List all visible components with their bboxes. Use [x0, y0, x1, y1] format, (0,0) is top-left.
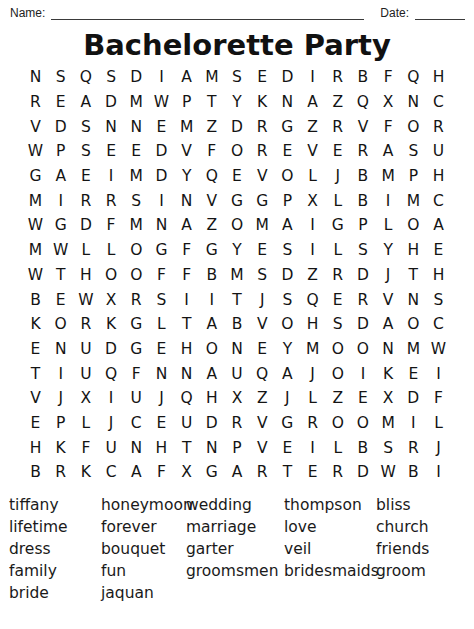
grid-cell-r15c10[interactable]: V [250, 411, 275, 436]
grid-cell-r4c11[interactable]: E [275, 139, 300, 164]
grid-cell-r14c3[interactable]: X [73, 386, 98, 411]
grid-cell-r12c11[interactable]: Y [275, 337, 300, 362]
grid-cell-r5c8[interactable]: Q [199, 164, 224, 189]
grid-cell-r13c15[interactable]: K [376, 361, 401, 386]
grid-cell-r17c2[interactable]: R [48, 460, 73, 485]
grid-cell-r11c1[interactable]: K [23, 312, 48, 337]
grid-cell-r8c2[interactable]: W [48, 238, 73, 263]
grid-cell-r15c1[interactable]: E [23, 411, 48, 436]
grid-cell-r6c10[interactable]: G [250, 188, 275, 213]
grid-cell-r2c15[interactable]: X [376, 90, 401, 115]
grid-cell-r3c10[interactable]: R [250, 114, 275, 139]
grid-cell-r15c15[interactable]: M [376, 411, 401, 436]
grid-cell-r13c3[interactable]: U [73, 361, 98, 386]
grid-cell-r12c14[interactable]: O [350, 337, 375, 362]
grid-cell-r16c5[interactable]: N [124, 435, 149, 460]
grid-cell-r4c4[interactable]: E [98, 139, 123, 164]
grid-cell-r9c3[interactable]: H [73, 263, 98, 288]
grid-cell-r13c7[interactable]: N [174, 361, 199, 386]
grid-cell-r13c17[interactable]: I [426, 361, 451, 386]
grid-cell-r5c15[interactable]: M [376, 164, 401, 189]
grid-cell-r6c14[interactable]: B [350, 188, 375, 213]
grid-cell-r16c17[interactable]: J [426, 435, 451, 460]
grid-cell-r14c6[interactable]: J [149, 386, 174, 411]
grid-cell-r7c7[interactable]: A [174, 213, 199, 238]
grid-cell-r1c7[interactable]: A [174, 65, 199, 90]
grid-cell-r8c7[interactable]: F [174, 238, 199, 263]
grid-cell-r7c14[interactable]: P [350, 213, 375, 238]
grid-cell-r4c10[interactable]: R [250, 139, 275, 164]
grid-cell-r11c12[interactable]: H [300, 312, 325, 337]
grid-cell-r15c3[interactable]: L [73, 411, 98, 436]
grid-cell-r3c2[interactable]: D [48, 114, 73, 139]
grid-cell-r8c10[interactable]: E [250, 238, 275, 263]
grid-cell-r3c13[interactable]: R [325, 114, 350, 139]
grid-cell-r3c6[interactable]: E [149, 114, 174, 139]
grid-cell-r10c15[interactable]: V [376, 287, 401, 312]
grid-cell-r2c8[interactable]: T [199, 90, 224, 115]
grid-cell-r17c16[interactable]: B [401, 460, 426, 485]
grid-cell-r1c11[interactable]: D [275, 65, 300, 90]
grid-cell-r5c5[interactable]: M [124, 164, 149, 189]
grid-cell-r14c13[interactable]: Z [325, 386, 350, 411]
grid-cell-r4c6[interactable]: D [149, 139, 174, 164]
grid-cell-r7c11[interactable]: A [275, 213, 300, 238]
grid-cell-r1c12[interactable]: I [300, 65, 325, 90]
grid-cell-r14c4[interactable]: I [98, 386, 123, 411]
grid-cell-r14c7[interactable]: Q [174, 386, 199, 411]
grid-cell-r14c2[interactable]: J [48, 386, 73, 411]
grid-cell-r11c14[interactable]: D [350, 312, 375, 337]
grid-cell-r10c10[interactable]: J [250, 287, 275, 312]
grid-cell-r16c15[interactable]: S [376, 435, 401, 460]
grid-cell-r7c1[interactable]: W [23, 213, 48, 238]
grid-cell-r2c1[interactable]: R [23, 90, 48, 115]
grid-cell-r9c9[interactable]: M [224, 263, 249, 288]
word-item-love: love [284, 516, 376, 538]
grid-cell-r4c7[interactable]: V [174, 139, 199, 164]
grid-cell-r11c17[interactable]: C [426, 312, 451, 337]
grid-cell-r5c1[interactable]: G [23, 164, 48, 189]
grid-cell-r12c16[interactable]: M [401, 337, 426, 362]
grid-cell-r10c8[interactable]: I [199, 287, 224, 312]
grid-cell-r6c13[interactable]: L [325, 188, 350, 213]
grid-cell-r6c3[interactable]: R [73, 188, 98, 213]
grid-cell-r6c16[interactable]: M [401, 188, 426, 213]
grid-cell-r16c3[interactable]: F [73, 435, 98, 460]
grid-cell-r11c4[interactable]: K [98, 312, 123, 337]
grid-cell-r15c14[interactable]: O [350, 411, 375, 436]
grid-cell-r8c6[interactable]: G [149, 238, 174, 263]
grid-cell-r12c15[interactable]: N [376, 337, 401, 362]
grid-cell-r10c11[interactable]: S [275, 287, 300, 312]
grid-cell-r9c15[interactable]: J [376, 263, 401, 288]
grid-cell-r6c17[interactable]: C [426, 188, 451, 213]
grid-cell-r7c2[interactable]: G [48, 213, 73, 238]
grid-cell-r1c9[interactable]: S [224, 65, 249, 90]
grid-cell-r12c4[interactable]: D [98, 337, 123, 362]
grid-cell-r11c2[interactable]: O [48, 312, 73, 337]
grid-cell-r2c2[interactable]: E [48, 90, 73, 115]
grid-cell-r6c15[interactable]: I [376, 188, 401, 213]
grid-cell-r3c12[interactable]: Z [300, 114, 325, 139]
grid-cell-r15c17[interactable]: L [426, 411, 451, 436]
grid-cell-r12c13[interactable]: O [325, 337, 350, 362]
grid-cell-r9c12[interactable]: Z [300, 263, 325, 288]
grid-cell-r9c10[interactable]: S [250, 263, 275, 288]
grid-cell-r15c4[interactable]: J [98, 411, 123, 436]
grid-cell-r17c17[interactable]: I [426, 460, 451, 485]
grid-cell-r2c10[interactable]: K [250, 90, 275, 115]
grid-cell-r13c9[interactable]: U [224, 361, 249, 386]
grid-cell-r5c11[interactable]: O [275, 164, 300, 189]
grid-cell-r1c15[interactable]: F [376, 65, 401, 90]
grid-cell-r11c9[interactable]: B [224, 312, 249, 337]
grid-cell-r2c16[interactable]: N [401, 90, 426, 115]
grid-cell-r3c14[interactable]: V [350, 114, 375, 139]
grid-cell-r5c12[interactable]: L [300, 164, 325, 189]
grid-cell-r14c9[interactable]: X [224, 386, 249, 411]
grid-cell-r8c1[interactable]: M [23, 238, 48, 263]
grid-cell-r8c13[interactable]: L [325, 238, 350, 263]
grid-cell-r7c15[interactable]: L [376, 213, 401, 238]
grid-cell-r1c17[interactable]: H [426, 65, 451, 90]
grid-cell-r9c16[interactable]: T [401, 263, 426, 288]
grid-cell-r11c7[interactable]: T [174, 312, 199, 337]
grid-cell-r12c12[interactable]: M [300, 337, 325, 362]
grid-cell-r4c16[interactable]: S [401, 139, 426, 164]
grid-cell-r3c17[interactable]: R [426, 114, 451, 139]
grid-cell-r9c5[interactable]: O [124, 263, 149, 288]
grid-cell-r9c17[interactable]: H [426, 263, 451, 288]
grid-cell-r13c1[interactable]: T [23, 361, 48, 386]
grid-cell-r8c15[interactable]: Y [376, 238, 401, 263]
grid-cell-r17c8[interactable]: G [199, 460, 224, 485]
grid-cell-r2c11[interactable]: N [275, 90, 300, 115]
grid-cell-r10c2[interactable]: E [48, 287, 73, 312]
grid-cell-r17c6[interactable]: F [149, 460, 174, 485]
grid-cell-r10c5[interactable]: R [124, 287, 149, 312]
grid-cell-r2c6[interactable]: W [149, 90, 174, 115]
word-column-5: blisschurchfriendsgroom [376, 494, 429, 604]
grid-cell-r14c15[interactable]: X [376, 386, 401, 411]
puzzle-title: Bachelorette Party [0, 28, 474, 62]
grid-cell-r17c14[interactable]: D [350, 460, 375, 485]
grid-cell-r7c16[interactable]: O [401, 213, 426, 238]
grid-cell-r13c6[interactable]: N [149, 361, 174, 386]
grid-cell-r4c3[interactable]: S [73, 139, 98, 164]
grid-cell-r16c13[interactable]: L [325, 435, 350, 460]
grid-cell-r15c6[interactable]: E [149, 411, 174, 436]
grid-cell-r10c1[interactable]: B [23, 287, 48, 312]
grid-cell-r8c17[interactable]: E [426, 238, 451, 263]
word-column-2: honeymoonforeverbouquetfunjaquan [101, 494, 186, 604]
grid-cell-r8c4[interactable]: L [98, 238, 123, 263]
grid-cell-r14c12[interactable]: L [300, 386, 325, 411]
grid-cell-r10c7[interactable]: I [174, 287, 199, 312]
grid-cell-r14c10[interactable]: Z [250, 386, 275, 411]
grid-cell-r7c5[interactable]: M [124, 213, 149, 238]
grid-cell-r10c9[interactable]: T [224, 287, 249, 312]
grid-cell-r9c8[interactable]: B [199, 263, 224, 288]
grid-cell-r17c15[interactable]: W [376, 460, 401, 485]
grid-cell-r11c8[interactable]: A [199, 312, 224, 337]
grid-cell-r7c8[interactable]: Z [199, 213, 224, 238]
grid-cell-r7c13[interactable]: G [325, 213, 350, 238]
grid-cell-r15c13[interactable]: O [325, 411, 350, 436]
grid-cell-r3c8[interactable]: Z [199, 114, 224, 139]
grid-cell-r4c12[interactable]: V [300, 139, 325, 164]
word-item-fun: fun [101, 560, 186, 582]
grid-cell-r9c1[interactable]: W [23, 263, 48, 288]
grid-cell-r14c11[interactable]: J [275, 386, 300, 411]
grid-cell-r1c13[interactable]: R [325, 65, 350, 90]
grid-cell-r16c11[interactable]: E [275, 435, 300, 460]
grid-cell-r8c16[interactable]: H [401, 238, 426, 263]
grid-cell-r13c12[interactable]: J [300, 361, 325, 386]
grid-cell-r12c6[interactable]: E [149, 337, 174, 362]
grid-cell-r5c6[interactable]: D [149, 164, 174, 189]
grid-cell-r6c12[interactable]: X [300, 188, 325, 213]
grid-cell-r16c4[interactable]: U [98, 435, 123, 460]
grid-cell-r13c4[interactable]: Q [98, 361, 123, 386]
grid-cell-r1c5[interactable]: D [124, 65, 149, 90]
grid-cell-r7c12[interactable]: I [300, 213, 325, 238]
grid-cell-r7c3[interactable]: D [73, 213, 98, 238]
grid-cell-r12c7[interactable]: H [174, 337, 199, 362]
grid-cell-r17c3[interactable]: K [73, 460, 98, 485]
grid-cell-r1c6[interactable]: I [149, 65, 174, 90]
grid-cell-r5c16[interactable]: P [401, 164, 426, 189]
grid-cell-r2c12[interactable]: A [300, 90, 325, 115]
grid-cell-r10c3[interactable]: W [73, 287, 98, 312]
grid-cell-r8c3[interactable]: L [73, 238, 98, 263]
grid-cell-r14c17[interactable]: F [426, 386, 451, 411]
grid-cell-r14c16[interactable]: D [401, 386, 426, 411]
grid-cell-r10c12[interactable]: Q [300, 287, 325, 312]
grid-cell-r17c12[interactable]: E [300, 460, 325, 485]
grid-cell-r15c9[interactable]: R [224, 411, 249, 436]
grid-cell-r14c8[interactable]: H [199, 386, 224, 411]
grid-cell-r13c16[interactable]: E [401, 361, 426, 386]
word-item-garter: garter [186, 538, 284, 560]
grid-cell-r11c5[interactable]: G [124, 312, 149, 337]
grid-cell-r5c2[interactable]: A [48, 164, 73, 189]
grid-cell-r6c5[interactable]: S [124, 188, 149, 213]
grid-cell-r4c8[interactable]: F [199, 139, 224, 164]
word-search-grid: NSQSDIAMSEDIRBFQHREADMWPTYKNAZQXNCVDSNNE… [0, 65, 474, 485]
grid-cell-r12c1[interactable]: E [23, 337, 48, 362]
grid-cell-r6c11[interactable]: P [275, 188, 300, 213]
grid-cell-r16c16[interactable]: R [401, 435, 426, 460]
grid-cell-r1c8[interactable]: M [199, 65, 224, 90]
grid-cell-r15c2[interactable]: P [48, 411, 73, 436]
grid-cell-r5c17[interactable]: H [426, 164, 451, 189]
grid-cell-r13c8[interactable]: A [199, 361, 224, 386]
name-input-line[interactable] [51, 8, 364, 20]
grid-cell-r5c4[interactable]: I [98, 164, 123, 189]
grid-cell-r8c9[interactable]: Y [224, 238, 249, 263]
grid-cell-r16c8[interactable]: N [199, 435, 224, 460]
grid-cell-r1c4[interactable]: S [98, 65, 123, 90]
grid-cell-r15c16[interactable]: I [401, 411, 426, 436]
grid-cell-r5c7[interactable]: Y [174, 164, 199, 189]
grid-cell-r16c12[interactable]: I [300, 435, 325, 460]
grid-cell-r11c13[interactable]: S [325, 312, 350, 337]
word-item-tiffany: tiffany [9, 494, 101, 516]
grid-cell-r12c5[interactable]: G [124, 337, 149, 362]
grid-cell-r13c13[interactable]: O [325, 361, 350, 386]
grid-cell-r17c9[interactable]: A [224, 460, 249, 485]
grid-cell-r10c14[interactable]: R [350, 287, 375, 312]
grid-cell-r2c4[interactable]: D [98, 90, 123, 115]
grid-cell-r2c7[interactable]: P [174, 90, 199, 115]
grid-cell-r3c9[interactable]: D [224, 114, 249, 139]
grid-cell-r4c1[interactable]: W [23, 139, 48, 164]
grid-cell-r17c13[interactable]: R [325, 460, 350, 485]
grid-cell-r14c1[interactable]: V [23, 386, 48, 411]
grid-cell-r3c5[interactable]: N [124, 114, 149, 139]
grid-cell-r12c8[interactable]: O [199, 337, 224, 362]
grid-cell-r5c9[interactable]: E [224, 164, 249, 189]
grid-cell-r2c14[interactable]: Q [350, 90, 375, 115]
grid-cell-r1c2[interactable]: S [48, 65, 73, 90]
grid-cell-r11c15[interactable]: A [376, 312, 401, 337]
grid-cell-r9c4[interactable]: O [98, 263, 123, 288]
grid-cell-r1c16[interactable]: Q [401, 65, 426, 90]
grid-cell-r8c12[interactable]: I [300, 238, 325, 263]
grid-cell-r5c3[interactable]: E [73, 164, 98, 189]
grid-cell-r12c9[interactable]: N [224, 337, 249, 362]
grid-cell-r16c14[interactable]: B [350, 435, 375, 460]
grid-cell-r8c5[interactable]: O [124, 238, 149, 263]
grid-cell-r17c10[interactable]: R [250, 460, 275, 485]
grid-cell-r3c1[interactable]: V [23, 114, 48, 139]
grid-cell-r15c11[interactable]: G [275, 411, 300, 436]
grid-cell-r12c10[interactable]: E [250, 337, 275, 362]
grid-cell-r9c13[interactable]: R [325, 263, 350, 288]
grid-cell-r7c6[interactable]: N [149, 213, 174, 238]
grid-cell-r13c14[interactable]: I [350, 361, 375, 386]
grid-cell-r2c5[interactable]: M [124, 90, 149, 115]
grid-cell-r17c5[interactable]: A [124, 460, 149, 485]
grid-cell-r13c2[interactable]: I [48, 361, 73, 386]
grid-cell-r9c11[interactable]: D [275, 263, 300, 288]
grid-cell-r6c8[interactable]: V [199, 188, 224, 213]
grid-cell-r16c7[interactable]: T [174, 435, 199, 460]
grid-cell-r5c14[interactable]: B [350, 164, 375, 189]
grid-cell-r12c3[interactable]: U [73, 337, 98, 362]
grid-cell-r17c4[interactable]: C [98, 460, 123, 485]
grid-cell-r6c4[interactable]: R [98, 188, 123, 213]
grid-cell-r15c7[interactable]: U [174, 411, 199, 436]
grid-cell-r4c13[interactable]: E [325, 139, 350, 164]
grid-cell-r4c17[interactable]: U [426, 139, 451, 164]
grid-cell-r10c16[interactable]: N [401, 287, 426, 312]
grid-cell-r16c1[interactable]: H [23, 435, 48, 460]
grid-cell-r6c6[interactable]: I [149, 188, 174, 213]
grid-cell-r3c3[interactable]: S [73, 114, 98, 139]
grid-cell-r9c6[interactable]: F [149, 263, 174, 288]
grid-cell-r11c10[interactable]: V [250, 312, 275, 337]
grid-cell-r4c15[interactable]: A [376, 139, 401, 164]
grid-cell-r7c4[interactable]: F [98, 213, 123, 238]
grid-cell-r14c5[interactable]: U [124, 386, 149, 411]
grid-cell-r10c6[interactable]: S [149, 287, 174, 312]
grid-cell-r6c7[interactable]: N [174, 188, 199, 213]
grid-cell-r3c15[interactable]: F [376, 114, 401, 139]
grid-cell-r2c17[interactable]: C [426, 90, 451, 115]
grid-cell-r14c14[interactable]: E [350, 386, 375, 411]
grid-cell-r1c3[interactable]: Q [73, 65, 98, 90]
grid-cell-r10c17[interactable]: S [426, 287, 451, 312]
grid-cell-r6c1[interactable]: M [23, 188, 48, 213]
grid-cell-r16c6[interactable]: H [149, 435, 174, 460]
grid-cell-r16c2[interactable]: K [48, 435, 73, 460]
grid-cell-r13c10[interactable]: Q [250, 361, 275, 386]
grid-cell-r7c17[interactable]: A [426, 213, 451, 238]
grid-cell-r7c9[interactable]: O [224, 213, 249, 238]
grid-cell-r9c7[interactable]: F [174, 263, 199, 288]
grid-cell-r17c7[interactable]: X [174, 460, 199, 485]
grid-cell-r1c14[interactable]: B [350, 65, 375, 90]
grid-cell-r8c8[interactable]: G [199, 238, 224, 263]
grid-cell-r4c14[interactable]: R [350, 139, 375, 164]
grid-cell-r11c11[interactable]: O [275, 312, 300, 337]
grid-cell-r11c16[interactable]: O [401, 312, 426, 337]
grid-cell-r5c13[interactable]: J [325, 164, 350, 189]
grid-cell-r17c11[interactable]: T [275, 460, 300, 485]
grid-cell-r9c14[interactable]: D [350, 263, 375, 288]
grid-cell-r11c3[interactable]: R [73, 312, 98, 337]
grid-cell-r15c5[interactable]: C [124, 411, 149, 436]
grid-cell-r16c10[interactable]: V [250, 435, 275, 460]
grid-cell-r15c12[interactable]: R [300, 411, 325, 436]
grid-cell-r4c2[interactable]: P [48, 139, 73, 164]
grid-cell-r12c2[interactable]: N [48, 337, 73, 362]
grid-cell-r6c2[interactable]: I [48, 188, 73, 213]
grid-cell-r4c9[interactable]: O [224, 139, 249, 164]
grid-cell-r13c5[interactable]: F [124, 361, 149, 386]
date-input-line[interactable] [415, 8, 465, 20]
grid-cell-r5c10[interactable]: V [250, 164, 275, 189]
grid-cell-r1c10[interactable]: E [250, 65, 275, 90]
grid-cell-r15c8[interactable]: D [199, 411, 224, 436]
grid-cell-r8c11[interactable]: S [275, 238, 300, 263]
grid-cell-r8c14[interactable]: S [350, 238, 375, 263]
grid-cell-r3c16[interactable]: O [401, 114, 426, 139]
grid-cell-r12c17[interactable]: W [426, 337, 451, 362]
word-item-dress: dress [9, 538, 101, 560]
grid-cell-r3c4[interactable]: N [98, 114, 123, 139]
grid-cell-r9c2[interactable]: T [48, 263, 73, 288]
grid-cell-r3c7[interactable]: M [174, 114, 199, 139]
grid-cell-r3c11[interactable]: G [275, 114, 300, 139]
grid-cell-r7c10[interactable]: M [250, 213, 275, 238]
grid-cell-r6c9[interactable]: G [224, 188, 249, 213]
grid-cell-r2c13[interactable]: Z [325, 90, 350, 115]
grid-cell-r10c13[interactable]: E [325, 287, 350, 312]
grid-cell-r4c5[interactable]: E [124, 139, 149, 164]
grid-cell-r2c3[interactable]: A [73, 90, 98, 115]
grid-cell-r2c9[interactable]: Y [224, 90, 249, 115]
grid-cell-r13c11[interactable]: A [275, 361, 300, 386]
grid-cell-r16c9[interactable]: P [224, 435, 249, 460]
grid-cell-r11c6[interactable]: L [149, 312, 174, 337]
grid-cell-r1c1[interactable]: N [23, 65, 48, 90]
grid-cell-r17c1[interactable]: B [23, 460, 48, 485]
grid-cell-r10c4[interactable]: X [98, 287, 123, 312]
